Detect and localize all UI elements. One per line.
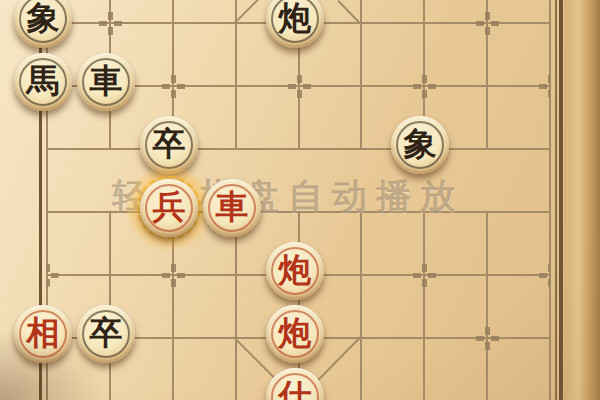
xiangqi-board[interactable]: 轻触棋盘自动播放 象炮馬車卒象兵車炮相卒炮仕 (0, 0, 600, 400)
star-point-marker-bar (162, 84, 185, 89)
palace-diagonal (338, 0, 361, 24)
grid-file-line (235, 212, 237, 400)
piece-glyph: 炮 (279, 316, 312, 349)
piece-glyph: 兵 (153, 190, 186, 223)
board-border-right (559, 0, 563, 400)
star-point-marker (288, 75, 311, 98)
piece-glyph: 仕 (279, 379, 312, 400)
piece-glyph: 炮 (279, 253, 312, 286)
star-point-marker-bar (288, 84, 311, 89)
piece-glyph: 馬 (27, 64, 60, 97)
star-point-marker (413, 264, 436, 287)
board-border-right-inner (555, 0, 557, 400)
board-right-margin (564, 0, 600, 400)
star-point-marker (476, 327, 499, 350)
piece-black-elephant[interactable]: 象 (391, 116, 449, 174)
piece-glyph: 車 (216, 190, 249, 223)
star-point-marker (162, 264, 185, 287)
star-point-marker (99, 12, 122, 35)
piece-red-advisor[interactable]: 仕 (266, 368, 324, 400)
piece-glyph: 卒 (90, 316, 123, 349)
piece-red-chariot[interactable]: 車 (203, 179, 261, 237)
piece-red-cannon[interactable]: 炮 (266, 242, 324, 300)
grid-file-line (423, 212, 425, 400)
piece-red-elephant[interactable]: 相 (14, 305, 72, 363)
star-point-marker-bar (413, 273, 436, 278)
piece-glyph: 卒 (153, 127, 186, 160)
piece-glyph: 象 (27, 1, 60, 34)
piece-black-chariot[interactable]: 車 (77, 53, 135, 111)
star-point-marker (413, 75, 436, 98)
piece-glyph: 車 (90, 64, 123, 97)
piece-black-horse[interactable]: 馬 (14, 53, 72, 111)
piece-black-elephant[interactable]: 象 (14, 0, 72, 48)
piece-red-soldier[interactable]: 兵 (140, 179, 198, 237)
grid-file-line (486, 212, 488, 400)
piece-black-cannon[interactable]: 炮 (266, 0, 324, 48)
piece-glyph: 炮 (279, 1, 312, 34)
grid-file-line (172, 212, 174, 400)
star-point-marker (162, 75, 185, 98)
star-point-marker-bar (476, 21, 499, 26)
piece-black-soldier[interactable]: 卒 (140, 116, 198, 174)
star-point-marker (476, 12, 499, 35)
grid-file-line (360, 212, 362, 400)
star-point-marker-bar (162, 273, 185, 278)
grid-file-line (549, 0, 551, 400)
piece-black-soldier[interactable]: 卒 (77, 305, 135, 363)
piece-glyph: 相 (27, 316, 60, 349)
piece-red-cannon[interactable]: 炮 (266, 305, 324, 363)
star-point-marker-bar (476, 336, 499, 341)
piece-glyph: 象 (404, 127, 437, 160)
star-point-marker-bar (413, 84, 436, 89)
palace-diagonal (235, 0, 259, 23)
grid-rank-line (46, 148, 551, 150)
star-point-marker-bar (99, 21, 122, 26)
